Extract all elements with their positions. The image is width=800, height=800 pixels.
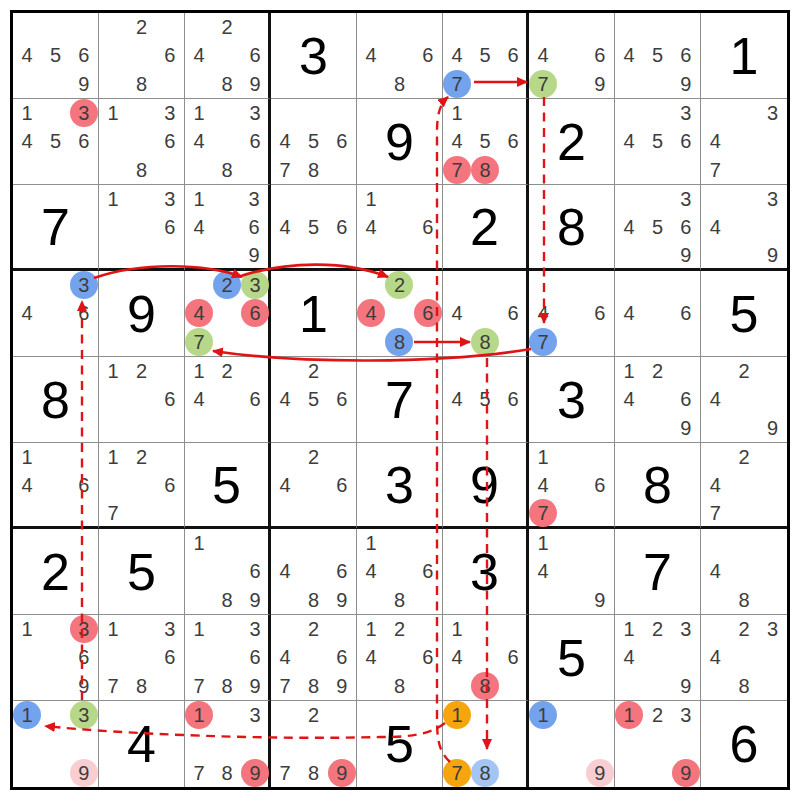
cell-r9c1[interactable]: 139 <box>13 701 99 787</box>
candidate-slot-7 <box>271 586 299 614</box>
cell-r3c4[interactable]: 456 <box>271 185 357 271</box>
candidate-slot-9 <box>70 156 98 184</box>
candidate-2: 2 <box>643 701 671 729</box>
cell-r6c7[interactable]: 1467 <box>529 443 615 529</box>
candidate-slot-1: 1 <box>13 701 41 730</box>
cell-r2c6[interactable]: 145678 <box>443 99 529 185</box>
cell-r8c5[interactable]: 12468 <box>357 615 443 701</box>
cell-r8c6[interactable]: 1468 <box>443 615 529 701</box>
candidate-slot-4: 4 <box>185 213 213 241</box>
candidate-slot-2: 2 <box>127 443 155 471</box>
cell-r9c5[interactable]: 5 <box>357 701 443 787</box>
candidate-2: 2 <box>643 615 671 643</box>
candidate-slot-2 <box>730 185 759 213</box>
cell-r5c1[interactable]: 8 <box>13 357 99 443</box>
candidate-2-blue-circle: 2 <box>213 271 241 299</box>
candidate-slot-9: 9 <box>758 241 787 269</box>
candidate-grid: 1468 <box>443 615 526 700</box>
candidate-slot-5 <box>299 557 327 585</box>
cell-r8c3[interactable]: 136789 <box>185 615 271 701</box>
candidate-1: 1 <box>185 357 213 385</box>
candidate-2: 2 <box>730 357 758 385</box>
candidate-slot-2 <box>213 529 241 557</box>
candidate-4: 4 <box>615 127 643 155</box>
candidate-8-lightblue-circle: 8 <box>471 759 499 787</box>
candidate-slot-8: 8 <box>385 70 413 98</box>
cell-r6c8[interactable]: 8 <box>615 443 701 529</box>
candidate-1: 1 <box>357 529 385 557</box>
candidate-slot-2 <box>730 99 759 127</box>
candidate-slot-8: 8 <box>299 672 327 700</box>
candidate-grid: 349 <box>701 185 787 268</box>
candidate-slot-4: 4 <box>185 127 213 155</box>
candidate-slot-9 <box>156 414 184 442</box>
candidate-slot-4 <box>99 385 127 413</box>
candidate-slot-7: 7 <box>701 499 730 527</box>
cell-r3c1[interactable]: 7 <box>13 185 99 271</box>
candidate-4: 4 <box>443 643 471 671</box>
candidate-slot-1: 1 <box>99 615 127 643</box>
candidate-slot-3 <box>241 529 269 557</box>
candidate-2: 2 <box>213 357 241 385</box>
candidate-slot-5 <box>127 643 155 671</box>
candidate-slot-8: 8 <box>213 70 241 98</box>
candidate-slot-9 <box>499 328 527 356</box>
candidate-slot-3 <box>499 615 527 643</box>
candidate-slot-8 <box>213 241 240 269</box>
cell-r4c6[interactable]: 468 <box>443 271 529 357</box>
candidate-slot-6: 6 <box>156 213 184 241</box>
candidate-slot-7: 7 <box>99 672 127 700</box>
candidate-slot-6: 6 <box>499 299 527 327</box>
candidate-2: 2 <box>127 13 155 41</box>
cell-r8c8[interactable]: 12349 <box>615 615 701 701</box>
candidate-slot-2: 2 <box>730 615 759 643</box>
cell-r2c2[interactable]: 1368 <box>99 99 185 185</box>
candidate-slot-4 <box>185 643 213 671</box>
candidate-8: 8 <box>127 70 155 98</box>
candidate-1: 1 <box>615 357 643 385</box>
cell-r9c4[interactable]: 2789 <box>271 701 357 787</box>
cell-r9c2[interactable]: 4 <box>99 701 185 787</box>
cell-r8c1[interactable]: 1369 <box>13 615 99 701</box>
candidate-6: 6 <box>328 471 356 499</box>
cell-r3c5[interactable]: 146 <box>357 185 443 271</box>
candidate-6: 6 <box>156 127 184 155</box>
candidate-slot-5 <box>557 299 585 327</box>
candidate-6: 6 <box>672 213 700 241</box>
candidate-4: 4 <box>615 41 643 69</box>
candidate-slot-5 <box>213 213 240 241</box>
candidate-6-red-circle: 6 <box>241 299 269 327</box>
cell-r9c6[interactable]: 178 <box>443 701 529 787</box>
candidate-6: 6 <box>586 299 614 327</box>
candidate-slot-8: 8 <box>127 70 155 98</box>
candidate-slot-7 <box>357 241 385 268</box>
candidate-slot-4: 4 <box>271 557 299 585</box>
candidate-slot-1: 1 <box>615 357 643 385</box>
candidate-slot-3 <box>499 701 526 730</box>
candidate-grid: 1368 <box>99 99 184 184</box>
candidate-slot-7 <box>529 758 557 787</box>
candidate-slot-1 <box>443 13 471 41</box>
cell-r7c5[interactable]: 1468 <box>357 529 443 615</box>
candidate-slot-2: 2 <box>213 13 241 41</box>
cell-r4c4[interactable]: 1 <box>271 271 357 357</box>
candidate-8-red-circle: 8 <box>471 672 499 700</box>
candidate-slot-2: 2 <box>213 357 241 385</box>
candidate-slot-7: 7 <box>271 758 299 787</box>
candidate-slot-5: 5 <box>299 213 327 241</box>
cell-r2c8[interactable]: 3456 <box>615 99 701 185</box>
candidate-6: 6 <box>499 643 527 671</box>
cell-r1c4[interactable]: 3 <box>271 13 357 99</box>
cell-r2c3[interactable]: 13468 <box>185 99 271 185</box>
cell-r5c3[interactable]: 1246 <box>185 357 271 443</box>
cell-r7c9[interactable]: 48 <box>701 529 787 615</box>
candidate-3: 3 <box>241 99 269 127</box>
candidate-slot-6: 6 <box>414 213 442 241</box>
candidate-4: 4 <box>185 41 213 69</box>
candidate-grid: 1369 <box>13 615 98 700</box>
candidate-slot-2 <box>557 701 585 730</box>
candidate-9-lightpink-circle: 9 <box>586 759 614 787</box>
cell-r1c9[interactable]: 1 <box>701 13 787 99</box>
candidate-slot-5 <box>385 299 413 327</box>
candidate-slot-2 <box>41 443 69 471</box>
candidate-slot-7 <box>701 414 730 442</box>
cell-r7c7[interactable]: 149 <box>529 529 615 615</box>
candidate-slot-7: 7 <box>271 672 299 700</box>
candidate-9: 9 <box>328 672 356 700</box>
candidate-slot-1 <box>443 357 471 385</box>
cell-r5c8[interactable]: 12469 <box>615 357 701 443</box>
cell-r9c7[interactable]: 19 <box>529 701 615 787</box>
solved-value: 1 <box>701 13 787 98</box>
cell-r8c9[interactable]: 2348 <box>701 615 787 701</box>
cell-r3c2[interactable]: 136 <box>99 185 185 271</box>
solved-value: 8 <box>615 443 700 526</box>
candidate-slot-7 <box>357 672 385 700</box>
cell-r1c7[interactable]: 4679 <box>529 13 615 99</box>
candidate-2: 2 <box>127 357 155 385</box>
candidate-slot-1 <box>357 13 385 41</box>
candidate-slot-7 <box>615 70 643 98</box>
candidate-slot-1: 1 <box>357 615 385 643</box>
candidate-grid: 12349 <box>615 615 700 700</box>
candidate-slot-2 <box>471 615 499 643</box>
candidate-slot-3: 3 <box>672 701 700 730</box>
candidate-slot-8: 8 <box>730 586 759 614</box>
candidate-slot-2: 2 <box>643 615 671 643</box>
cell-r4c3[interactable]: 23467 <box>185 271 271 357</box>
candidate-slot-5 <box>299 730 327 759</box>
candidate-slot-7: 7 <box>443 758 471 787</box>
candidate-slot-3: 3 <box>758 99 787 127</box>
candidate-slot-7 <box>99 156 127 184</box>
candidate-1: 1 <box>443 99 471 127</box>
candidate-slot-7 <box>529 586 557 614</box>
cell-r7c8[interactable]: 7 <box>615 529 701 615</box>
cell-r4c9[interactable]: 5 <box>701 271 787 357</box>
cell-r2c7[interactable]: 2 <box>529 99 615 185</box>
cell-r6c1[interactable]: 146 <box>13 443 99 529</box>
candidate-slot-4: 4 <box>615 299 643 327</box>
candidate-slot-5 <box>643 730 671 759</box>
candidate-slot-8 <box>213 328 241 356</box>
cell-r2c5[interactable]: 9 <box>357 99 443 185</box>
candidate-slot-5: 5 <box>643 127 671 155</box>
cell-r5c4[interactable]: 2456 <box>271 357 357 443</box>
candidate-7: 7 <box>271 156 299 184</box>
candidate-slot-1 <box>185 271 213 299</box>
cell-r9c3[interactable]: 13789 <box>185 701 271 787</box>
candidate-slot-5 <box>299 471 327 499</box>
candidate-grid: 13456 <box>13 99 98 184</box>
candidate-grid: 246789 <box>271 615 356 700</box>
candidate-grid: 456 <box>271 185 356 268</box>
cell-r3c6[interactable]: 2 <box>443 185 529 271</box>
candidate-slot-5 <box>127 127 155 155</box>
candidate-slot-8: 8 <box>385 672 413 700</box>
candidate-2: 2 <box>643 357 671 385</box>
candidate-slot-2 <box>41 615 69 643</box>
candidate-slot-9 <box>586 499 614 527</box>
candidate-1-blue-circle: 1 <box>13 701 41 729</box>
solved-value: 9 <box>357 99 442 184</box>
candidate-slot-5: 5 <box>299 385 327 413</box>
cell-r6c6[interactable]: 9 <box>443 443 529 529</box>
candidate-slot-7 <box>271 499 299 526</box>
cell-r1c5[interactable]: 468 <box>357 13 443 99</box>
candidate-slot-1: 1 <box>13 99 41 127</box>
candidate-8: 8 <box>730 672 758 700</box>
candidate-6: 6 <box>156 213 184 241</box>
candidate-slot-8 <box>643 758 671 787</box>
cell-r5c5[interactable]: 7 <box>357 357 443 443</box>
candidate-slot-8: 8 <box>730 672 759 700</box>
candidate-slot-6: 6 <box>586 471 614 499</box>
candidate-slot-1 <box>13 13 41 41</box>
candidate-slot-4: 4 <box>443 41 471 69</box>
candidate-slot-1: 1 <box>443 99 471 127</box>
cell-r2c9[interactable]: 347 <box>701 99 787 185</box>
candidate-slot-3 <box>241 357 269 385</box>
cell-r6c9[interactable]: 247 <box>701 443 787 529</box>
candidate-slot-3: 3 <box>156 99 184 127</box>
candidate-7: 7 <box>271 759 299 787</box>
candidate-slot-7 <box>357 328 385 356</box>
cell-r1c1[interactable]: 4569 <box>13 13 99 99</box>
candidate-slot-6: 6 <box>156 643 184 671</box>
candidate-grid: 249 <box>701 357 787 442</box>
candidate-slot-6: 6 <box>241 127 269 155</box>
candidate-slot-3: 3 <box>758 185 787 213</box>
candidate-slot-8 <box>730 414 759 442</box>
solved-value: 3 <box>529 357 614 442</box>
candidate-slot-9 <box>241 414 269 442</box>
candidate-6: 6 <box>70 471 98 499</box>
candidate-slot-8: 8 <box>299 758 327 787</box>
candidate-slot-9 <box>586 328 614 356</box>
candidate-6: 6 <box>499 127 527 155</box>
candidate-slot-4: 4 <box>185 299 213 327</box>
candidate-slot-3 <box>156 443 184 471</box>
cell-r7c4[interactable]: 4689 <box>271 529 357 615</box>
candidate-slot-4: 4 <box>271 385 299 413</box>
cell-r3c7[interactable]: 8 <box>529 185 615 271</box>
candidate-grid: 4567 <box>443 13 526 98</box>
candidate-slot-6 <box>586 730 614 759</box>
candidate-slot-8 <box>127 499 155 527</box>
cell-r5c6[interactable]: 456 <box>443 357 529 443</box>
candidate-slot-6: 6 <box>499 385 527 413</box>
candidate-slot-6: 6 <box>241 557 269 585</box>
candidate-slot-1 <box>615 271 643 299</box>
candidate-slot-1: 1 <box>529 443 557 471</box>
cell-r6c5[interactable]: 3 <box>357 443 443 529</box>
cell-r5c2[interactable]: 126 <box>99 357 185 443</box>
cell-r3c3[interactable]: 13469 <box>185 185 271 271</box>
candidate-slot-7 <box>271 241 299 269</box>
candidate-grid: 456 <box>443 357 526 442</box>
candidate-slot-1: 1 <box>185 185 213 213</box>
cell-r2c1[interactable]: 13456 <box>13 99 99 185</box>
cell-r7c2[interactable]: 5 <box>99 529 185 615</box>
candidate-slot-2 <box>471 357 499 385</box>
candidate-slot-2 <box>127 185 155 213</box>
cell-r7c1[interactable]: 2 <box>13 529 99 615</box>
cell-r3c8[interactable]: 34569 <box>615 185 701 271</box>
candidate-slot-1: 1 <box>443 701 471 730</box>
candidate-3: 3 <box>672 185 700 213</box>
candidate-slot-9 <box>70 328 98 356</box>
candidate-slot-5 <box>127 471 155 499</box>
candidate-5: 5 <box>299 213 327 241</box>
candidate-2: 2 <box>730 443 758 471</box>
candidate-slot-9 <box>70 499 98 526</box>
candidate-slot-7: 7 <box>529 70 557 98</box>
candidate-grid: 12469 <box>615 357 700 442</box>
cell-r4c8[interactable]: 46 <box>615 271 701 357</box>
candidate-slot-8 <box>299 241 327 269</box>
candidate-slot-2 <box>41 13 69 41</box>
candidate-slot-3: 3 <box>241 615 269 643</box>
candidate-6: 6 <box>586 41 614 69</box>
cell-r8c2[interactable]: 13678 <box>99 615 185 701</box>
cell-r8c4[interactable]: 246789 <box>271 615 357 701</box>
candidate-slot-3 <box>499 271 527 299</box>
candidate-slot-5 <box>213 127 241 155</box>
candidate-8: 8 <box>127 672 155 700</box>
candidate-slot-2 <box>41 271 69 299</box>
candidate-slot-9 <box>499 672 527 700</box>
cell-r8c7[interactable]: 5 <box>529 615 615 701</box>
cell-r4c7[interactable]: 467 <box>529 271 615 357</box>
candidate-6: 6 <box>156 41 184 69</box>
candidate-8: 8 <box>299 759 327 787</box>
cell-r7c3[interactable]: 1689 <box>185 529 271 615</box>
candidate-7: 7 <box>701 156 729 184</box>
cell-r9c9[interactable]: 6 <box>701 701 787 787</box>
candidate-slot-8 <box>127 414 155 442</box>
solved-value: 9 <box>99 271 184 356</box>
solved-value: 4 <box>99 701 184 787</box>
candidate-slot-2: 2 <box>127 357 155 385</box>
candidate-grid: 2456 <box>271 357 356 442</box>
candidate-8: 8 <box>299 672 327 700</box>
candidate-slot-7 <box>357 586 385 614</box>
cell-r6c4[interactable]: 246 <box>271 443 357 529</box>
cell-r6c3[interactable]: 5 <box>185 443 271 529</box>
candidate-slot-4: 4 <box>185 41 213 69</box>
candidate-9: 9 <box>70 672 98 700</box>
candidate-6: 6 <box>70 299 98 327</box>
candidate-slot-3 <box>672 357 700 385</box>
candidate-slot-3 <box>70 13 98 41</box>
candidate-slot-6: 6 <box>328 471 356 499</box>
candidate-slot-8: 8 <box>127 672 155 700</box>
cell-r6c2[interactable]: 1267 <box>99 443 185 529</box>
candidate-slot-9: 9 <box>328 672 356 700</box>
candidate-slot-1: 1 <box>185 357 213 385</box>
candidate-slot-5: 5 <box>41 127 69 155</box>
candidate-3-red-circle: 3 <box>70 615 98 643</box>
candidate-slot-9: 9 <box>241 672 269 700</box>
candidate-slot-6: 6 <box>499 41 527 69</box>
candidate-slot-1: 1 <box>13 443 41 471</box>
candidate-8: 8 <box>127 156 155 184</box>
cell-r1c6[interactable]: 4567 <box>443 13 529 99</box>
cell-r2c4[interactable]: 45678 <box>271 99 357 185</box>
candidate-slot-6 <box>241 730 269 759</box>
cell-r4c1[interactable]: 346 <box>13 271 99 357</box>
cell-r1c3[interactable]: 24689 <box>185 13 271 99</box>
candidate-slot-9: 9 <box>586 758 614 787</box>
candidate-slot-4 <box>529 730 557 759</box>
candidate-4: 4 <box>13 127 41 155</box>
cell-r5c7[interactable]: 3 <box>529 357 615 443</box>
cell-r1c8[interactable]: 4569 <box>615 13 701 99</box>
candidate-3: 3 <box>672 701 700 729</box>
candidate-slot-7 <box>271 414 299 442</box>
candidate-9: 9 <box>672 672 700 700</box>
cell-r1c2[interactable]: 268 <box>99 13 185 99</box>
candidate-slot-4 <box>185 730 213 759</box>
cell-r3c9[interactable]: 349 <box>701 185 787 271</box>
candidate-slot-2 <box>213 99 241 127</box>
candidate-slot-7 <box>615 328 643 356</box>
candidate-slot-8 <box>643 672 671 700</box>
candidate-slot-5 <box>557 471 585 499</box>
cell-r4c2[interactable]: 9 <box>99 271 185 357</box>
candidate-4: 4 <box>529 299 557 327</box>
cell-r5c9[interactable]: 249 <box>701 357 787 443</box>
cell-r9c8[interactable]: 1239 <box>615 701 701 787</box>
candidate-4: 4 <box>271 213 299 241</box>
candidate-6: 6 <box>499 299 527 327</box>
cell-r4c5[interactable]: 2468 <box>357 271 443 357</box>
candidate-slot-9 <box>672 328 700 356</box>
candidate-slot-7 <box>615 241 643 269</box>
candidate-grid: 1239 <box>615 701 700 787</box>
candidate-9: 9 <box>759 241 787 269</box>
candidate-slot-6: 6 <box>414 643 442 671</box>
candidate-slot-8 <box>643 156 671 184</box>
cell-r7c6[interactable]: 3 <box>443 529 529 615</box>
candidate-slot-5 <box>385 41 413 69</box>
solved-value: 5 <box>529 615 614 700</box>
